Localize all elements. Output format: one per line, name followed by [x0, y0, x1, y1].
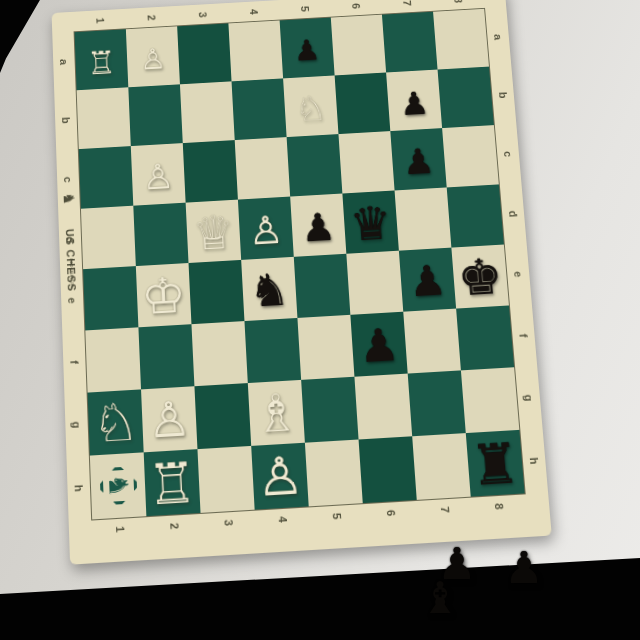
- square-d6: [342, 190, 398, 253]
- square-g5: [301, 377, 358, 443]
- square-e7: [399, 248, 456, 312]
- square-e6: [346, 251, 403, 315]
- square-h3: [197, 446, 254, 513]
- square-a8: [433, 9, 489, 70]
- square-h7: [412, 433, 471, 500]
- square-c6: [338, 131, 394, 193]
- square-d4: [238, 197, 294, 260]
- rank-label-top-2: 2: [145, 14, 157, 20]
- file-label-right-d: d: [507, 210, 519, 217]
- square-d7: [395, 187, 452, 250]
- square-e3: [189, 260, 245, 324]
- rank-label-bottom-4: 4: [276, 516, 289, 523]
- square-c5: [287, 134, 343, 196]
- file-label-left-b: b: [60, 117, 72, 124]
- file-label-right-f: f: [517, 333, 529, 337]
- square-h2: [144, 449, 201, 516]
- square-h6: [359, 436, 417, 503]
- square-a4: [228, 21, 283, 82]
- file-label-right-g: g: [522, 394, 535, 402]
- file-label-left-f: f: [68, 360, 80, 364]
- square-b5: [283, 75, 338, 137]
- file-label-left-g: g: [70, 421, 82, 429]
- rank-label-bottom-8: 8: [492, 503, 505, 510]
- square-a3: [177, 23, 231, 84]
- square-a6: [331, 15, 386, 76]
- square-g2: [141, 386, 197, 452]
- square-f5: [297, 315, 354, 380]
- square-d3: [186, 200, 242, 263]
- rank-label-top-7: 7: [401, 0, 413, 6]
- file-label-left-h: h: [73, 484, 85, 492]
- square-g8: [461, 367, 519, 433]
- file-label-left-c: c: [62, 176, 74, 183]
- square-a1: [75, 29, 129, 90]
- square-c4: [235, 137, 290, 200]
- square-d1: [81, 206, 136, 269]
- captured-black-piece-2: ♟: [504, 546, 543, 590]
- file-label-right-e: e: [512, 271, 524, 278]
- square-e2: [136, 263, 192, 327]
- square-a5: [280, 18, 335, 79]
- square-h8: [466, 430, 525, 497]
- rank-label-bottom-3: 3: [222, 519, 235, 526]
- square-c3: [183, 140, 238, 203]
- us-chess-branding: ♞ US CHESS FEDERATION: [57, 189, 84, 273]
- rank-label-top-6: 6: [350, 3, 362, 9]
- rank-label-bottom-7: 7: [438, 506, 451, 513]
- rank-label-top-1: 1: [94, 17, 106, 23]
- square-e1: [83, 266, 138, 330]
- square-f8: [456, 305, 514, 370]
- file-label-right-h: h: [528, 457, 541, 465]
- rank-label-bottom-2: 2: [168, 522, 181, 529]
- board-squares-grid: ♞: [75, 9, 525, 520]
- file-label-right-c: c: [502, 151, 514, 158]
- chess-board: ♞ US CHESS FEDERATION ♞ aabbccddeeffgghh…: [52, 0, 552, 565]
- square-e4: [241, 257, 297, 321]
- file-label-left-e: e: [66, 297, 78, 304]
- square-b6: [335, 72, 391, 134]
- rank-label-top-5: 5: [299, 6, 311, 12]
- square-b7: [386, 70, 442, 132]
- square-c1: [79, 146, 134, 209]
- square-c2: [131, 143, 186, 206]
- square-g6: [354, 374, 412, 440]
- square-f6: [350, 312, 407, 377]
- file-label-right-a: a: [492, 34, 504, 40]
- square-f1: [85, 327, 141, 392]
- square-d8: [447, 184, 504, 247]
- captured-black-piece-3: ♝: [420, 576, 459, 620]
- rank-label-bottom-5: 5: [330, 513, 343, 520]
- square-g3: [194, 383, 251, 449]
- rank-label-top-4: 4: [247, 9, 259, 15]
- square-f3: [191, 321, 247, 386]
- square-a7: [382, 12, 438, 73]
- file-label-left-a: a: [58, 59, 70, 65]
- square-g1: [88, 389, 144, 455]
- square-b4: [232, 78, 287, 140]
- square-e8: [451, 245, 509, 309]
- rank-label-bottom-6: 6: [384, 509, 397, 516]
- square-a2: [126, 26, 180, 87]
- us-chess-corner-logo-icon: ♞: [99, 466, 137, 505]
- rank-label-top-3: 3: [196, 12, 208, 18]
- square-f2: [138, 324, 194, 389]
- photo-chess-scene: { "game": "chess", "scene_description": …: [0, 0, 640, 640]
- square-h1: ♞: [90, 452, 147, 519]
- square-b3: [180, 81, 235, 143]
- rank-label-bottom-1: 1: [113, 526, 126, 533]
- us-chess-federation-text: FEDERATION: [68, 258, 74, 282]
- square-h5: [305, 439, 363, 506]
- square-g7: [408, 370, 466, 436]
- square-g4: [248, 380, 305, 446]
- square-f7: [403, 309, 461, 374]
- file-label-left-d: d: [64, 236, 76, 243]
- square-b8: [438, 67, 494, 129]
- square-b2: [128, 84, 182, 146]
- square-h4: [251, 443, 309, 510]
- square-c8: [442, 125, 499, 187]
- square-b1: [77, 87, 131, 149]
- file-label-right-b: b: [497, 92, 509, 99]
- square-d5: [290, 194, 346, 257]
- square-f4: [244, 318, 301, 383]
- us-chess-knight-logo-icon: ♞: [59, 187, 78, 211]
- square-d2: [133, 203, 188, 266]
- square-e5: [294, 254, 351, 318]
- square-c7: [390, 128, 446, 190]
